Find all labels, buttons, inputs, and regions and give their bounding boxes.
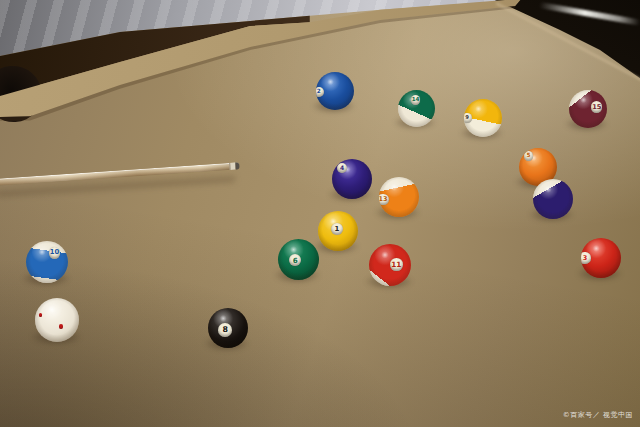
ball-10-number: 10	[49, 247, 61, 259]
ball-11-number: 11	[390, 258, 403, 271]
ball-4-surface: 4	[332, 159, 372, 199]
ball-10: 10	[26, 241, 68, 283]
ball-15: 15	[569, 90, 607, 128]
pool-table-photo: 214915413516113108 ©百家号／ 视觉中国	[0, 0, 640, 427]
ball-9-surface: 9	[464, 99, 502, 137]
watermark-text: ©百家号／ 视觉中国	[563, 410, 633, 420]
ball-15-surface: 15	[569, 90, 607, 128]
ball-9-number: 9	[464, 113, 472, 122]
ball-1-number: 1	[331, 223, 343, 235]
ball-14-surface: 14	[398, 90, 435, 127]
ball-cue	[35, 298, 79, 342]
ball-4-number: 4	[337, 163, 347, 173]
ball-11: 11	[369, 244, 411, 286]
ball-3-surface: 3	[581, 238, 621, 278]
ball-1: 1	[318, 211, 358, 251]
ball-13-surface: 13	[379, 177, 419, 217]
ball-6-surface: 6	[278, 239, 319, 280]
ball-2: 2	[316, 72, 354, 110]
ball-9: 9	[464, 99, 502, 137]
ball-14: 14	[398, 90, 435, 127]
ball-2-surface: 2	[316, 72, 354, 110]
ball-15-number: 15	[591, 101, 602, 112]
ball-8-number: 8	[218, 323, 232, 337]
ball-13-number: 13	[379, 194, 389, 205]
ball-cue-surface	[35, 298, 79, 342]
ball-12-surface	[533, 179, 573, 219]
ball-6: 6	[278, 239, 319, 280]
ball-8: 8	[208, 308, 248, 348]
ball-10-surface: 10	[26, 241, 68, 283]
ball-8-surface: 8	[208, 308, 248, 348]
cue-ball-red-dot-1	[39, 313, 43, 317]
ball-6-number: 6	[289, 254, 301, 266]
ball-4: 4	[332, 159, 372, 199]
ball-12	[533, 179, 573, 219]
balls-layer: 214915413516113108	[0, 0, 640, 427]
ball-14-number: 14	[411, 95, 421, 105]
ball-5-number: 5	[524, 151, 534, 161]
ball-3: 3	[581, 238, 621, 278]
ball-13: 13	[379, 177, 419, 217]
cue-ball-red-dot-2	[59, 324, 63, 328]
ball-11-surface: 11	[369, 244, 411, 286]
ball-3-number: 3	[581, 252, 591, 263]
ball-2-number: 2	[316, 87, 324, 97]
ball-1-surface: 1	[318, 211, 358, 251]
